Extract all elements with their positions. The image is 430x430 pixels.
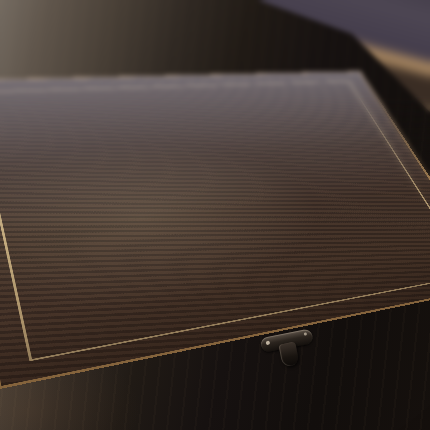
pieces-layer [0,0,430,430]
chess-photo-scene [0,0,430,430]
